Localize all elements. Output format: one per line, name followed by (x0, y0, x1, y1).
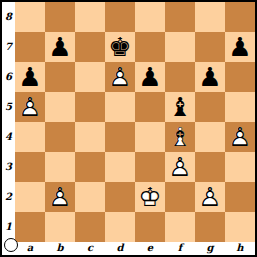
file-label-f: f (165, 242, 195, 255)
square-b1[interactable] (45, 212, 75, 242)
square-c4[interactable] (75, 122, 105, 152)
square-g8[interactable] (195, 2, 225, 32)
square-d3[interactable] (105, 152, 135, 182)
square-g4[interactable] (195, 122, 225, 152)
piece-glyph: ♟ (225, 32, 255, 62)
rank-label-6: 6 (2, 62, 15, 92)
square-e8[interactable] (135, 2, 165, 32)
square-a7[interactable] (15, 32, 45, 62)
file-label-g: g (195, 242, 225, 255)
square-d5[interactable] (105, 92, 135, 122)
square-f8[interactable] (165, 2, 195, 32)
square-g6[interactable]: ♟ (195, 62, 225, 92)
square-h5[interactable] (225, 92, 255, 122)
piece-outline-layer: ♙ (15, 92, 45, 122)
black-pawn-icon[interactable]: ♟ (195, 62, 225, 92)
square-a5[interactable]: ♟♙ (15, 92, 45, 122)
square-a4[interactable] (15, 122, 45, 152)
file-label-c: c (75, 242, 105, 255)
square-g7[interactable] (195, 32, 225, 62)
piece-glyph: ♚ (105, 32, 135, 62)
square-a6[interactable]: ♟ (15, 62, 45, 92)
piece-outline-layer: ♙ (225, 122, 255, 152)
file-label-h: h (225, 242, 255, 255)
square-e3[interactable] (135, 152, 165, 182)
square-a8[interactable] (15, 2, 45, 32)
square-e1[interactable] (135, 212, 165, 242)
square-d8[interactable] (105, 2, 135, 32)
black-pawn-icon[interactable]: ♟ (135, 62, 165, 92)
rank-label-5: 5 (2, 92, 15, 122)
white-pawn-icon[interactable]: ♟♙ (105, 62, 135, 92)
square-b5[interactable] (45, 92, 75, 122)
piece-outline-layer: ♙ (195, 182, 225, 212)
piece-glyph: ♟ (15, 62, 45, 92)
white-pawn-icon[interactable]: ♟♙ (195, 182, 225, 212)
square-e7[interactable] (135, 32, 165, 62)
square-c8[interactable] (75, 2, 105, 32)
square-d1[interactable] (105, 212, 135, 242)
black-bishop-icon[interactable]: ♝ (165, 92, 195, 122)
square-f3[interactable]: ♟♙ (165, 152, 195, 182)
square-c2[interactable] (75, 182, 105, 212)
square-f1[interactable] (165, 212, 195, 242)
file-labels: abcdefgh (15, 242, 255, 255)
square-h2[interactable] (225, 182, 255, 212)
white-king-icon[interactable]: ♚♔ (135, 182, 165, 212)
black-pawn-icon[interactable]: ♟ (15, 62, 45, 92)
square-c6[interactable] (75, 62, 105, 92)
rank-label-7: 7 (2, 32, 15, 62)
file-label-a: a (15, 242, 45, 255)
piece-outline-layer: ♙ (165, 152, 195, 182)
white-pawn-icon[interactable]: ♟♙ (165, 152, 195, 182)
square-f7[interactable] (165, 32, 195, 62)
white-pawn-icon[interactable]: ♟♙ (15, 92, 45, 122)
black-pawn-icon[interactable]: ♟ (45, 32, 75, 62)
chess-diagram: 87654321 ♟♚♟♟♟♙♟♟♟♙♝♝♗♟♙♟♙♟♙♚♔♟♙ abcdefg… (0, 0, 257, 257)
square-d6[interactable]: ♟♙ (105, 62, 135, 92)
square-f2[interactable] (165, 182, 195, 212)
piece-outline-layer: ♙ (105, 62, 135, 92)
piece-glyph: ♟ (135, 62, 165, 92)
piece-glyph: ♟ (195, 62, 225, 92)
square-h8[interactable] (225, 2, 255, 32)
square-g2[interactable]: ♟♙ (195, 182, 225, 212)
square-b8[interactable] (45, 2, 75, 32)
piece-outline-layer: ♙ (45, 182, 75, 212)
piece-glyph: ♟ (45, 32, 75, 62)
square-b6[interactable] (45, 62, 75, 92)
file-label-d: d (105, 242, 135, 255)
white-pawn-icon[interactable]: ♟♙ (225, 122, 255, 152)
board[interactable]: ♟♚♟♟♟♙♟♟♟♙♝♝♗♟♙♟♙♟♙♚♔♟♙ (15, 2, 255, 242)
square-c3[interactable] (75, 152, 105, 182)
piece-glyph: ♝ (165, 92, 195, 122)
square-h1[interactable] (225, 212, 255, 242)
square-a3[interactable] (15, 152, 45, 182)
square-e4[interactable] (135, 122, 165, 152)
square-h6[interactable] (225, 62, 255, 92)
white-bishop-icon[interactable]: ♝♗ (165, 122, 195, 152)
square-d7[interactable]: ♚ (105, 32, 135, 62)
square-a2[interactable] (15, 182, 45, 212)
rank-label-8: 8 (2, 2, 15, 32)
square-d2[interactable] (105, 182, 135, 212)
square-g5[interactable] (195, 92, 225, 122)
square-b4[interactable] (45, 122, 75, 152)
black-pawn-icon[interactable]: ♟ (225, 32, 255, 62)
white-pawn-icon[interactable]: ♟♙ (45, 182, 75, 212)
square-c5[interactable] (75, 92, 105, 122)
square-f4[interactable]: ♝♗ (165, 122, 195, 152)
square-b7[interactable]: ♟ (45, 32, 75, 62)
square-g1[interactable] (195, 212, 225, 242)
square-a1[interactable] (15, 212, 45, 242)
square-e2[interactable]: ♚♔ (135, 182, 165, 212)
square-b2[interactable]: ♟♙ (45, 182, 75, 212)
piece-outline-layer: ♔ (135, 182, 165, 212)
side-to-move-indicator (4, 238, 18, 252)
square-e6[interactable]: ♟ (135, 62, 165, 92)
square-f5[interactable]: ♝ (165, 92, 195, 122)
piece-outline-layer: ♗ (165, 122, 195, 152)
square-c7[interactable] (75, 32, 105, 62)
square-e5[interactable] (135, 92, 165, 122)
square-g3[interactable] (195, 152, 225, 182)
square-h4[interactable]: ♟♙ (225, 122, 255, 152)
file-label-e: e (135, 242, 165, 255)
rank-label-3: 3 (2, 152, 15, 182)
square-b3[interactable] (45, 152, 75, 182)
square-f6[interactable] (165, 62, 195, 92)
square-c1[interactable] (75, 212, 105, 242)
file-label-b: b (45, 242, 75, 255)
square-d4[interactable] (105, 122, 135, 152)
square-h3[interactable] (225, 152, 255, 182)
black-king-icon[interactable]: ♚ (105, 32, 135, 62)
rank-label-4: 4 (2, 122, 15, 152)
square-h7[interactable]: ♟ (225, 32, 255, 62)
rank-labels: 87654321 (2, 2, 15, 242)
rank-label-2: 2 (2, 182, 15, 212)
